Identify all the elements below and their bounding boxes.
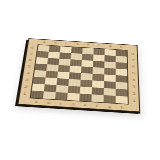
coordinate-label: 6 (129, 63, 138, 70)
coordinate-label: 3 (129, 83, 138, 90)
square-h1 (116, 96, 128, 104)
square-e1 (79, 94, 91, 102)
coordinate-label: 7 (26, 50, 35, 57)
coordinate-label: 2 (21, 83, 31, 91)
coordinate-label: 4 (23, 69, 33, 76)
photo-background: abcdefgh abcdefgh 87654321 87654321 (0, 0, 160, 160)
square-c1 (55, 92, 68, 100)
coordinate-label: 2 (129, 90, 138, 98)
square-d1 (67, 93, 80, 101)
square-a1 (31, 91, 44, 99)
square-g1 (104, 95, 116, 103)
coordinate-label: a (30, 98, 43, 105)
coordinate-label: 7 (129, 57, 138, 64)
coordinate-label: 8 (129, 51, 138, 58)
square-f1 (91, 94, 103, 102)
chessboard: abcdefgh abcdefgh 87654321 87654321 (17, 38, 140, 112)
coordinate-label: 5 (24, 63, 34, 70)
coordinate-label: g (103, 103, 115, 110)
playing-field (30, 44, 129, 104)
coordinate-label: 5 (129, 69, 138, 76)
coordinate-label: 3 (22, 76, 32, 83)
coordinate-label: 6 (25, 57, 35, 64)
coordinate-label: c (54, 100, 67, 107)
coordinate-label: 1 (20, 90, 30, 98)
coordinate-label: 1 (130, 97, 139, 105)
square-b1 (43, 91, 56, 99)
coordinate-label: e (79, 101, 92, 108)
coordinate-label: f (91, 102, 103, 109)
coordinate-label: d (67, 101, 80, 108)
coords-right: 87654321 (129, 51, 139, 105)
coordinate-label: 8 (27, 44, 36, 51)
coordinate-label: b (42, 99, 55, 106)
coordinate-label: 4 (129, 76, 138, 83)
coordinate-label: h (116, 104, 128, 111)
